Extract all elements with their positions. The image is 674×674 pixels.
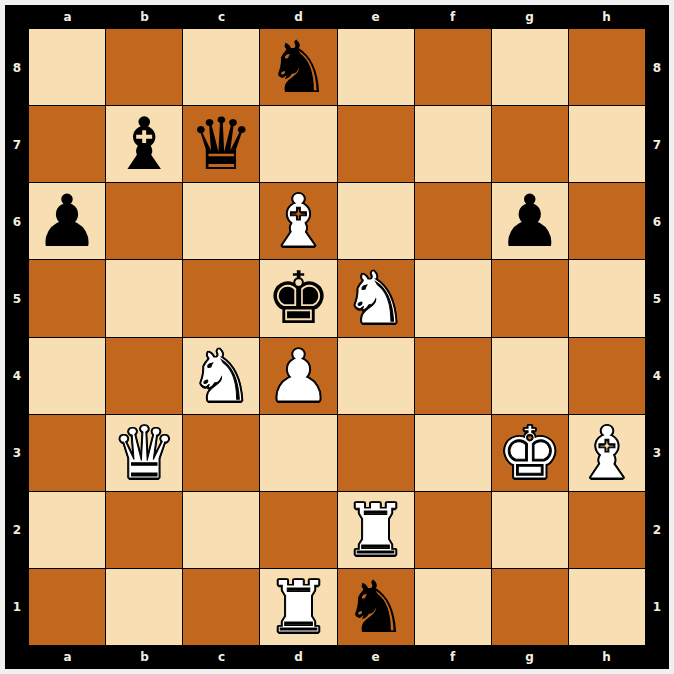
rank-label-6: 6: [5, 183, 29, 260]
file-label-c: c: [183, 5, 260, 29]
square-e7[interactable]: [338, 106, 414, 182]
piece-white-knight: ♞: [189, 340, 254, 412]
rank-label-5: 5: [5, 260, 29, 337]
square-g7[interactable]: [492, 106, 568, 182]
square-e6[interactable]: [338, 183, 414, 259]
square-c4[interactable]: ♞: [183, 338, 259, 414]
file-label-a: a: [29, 645, 106, 669]
rank-label-1: 1: [645, 568, 669, 645]
file-labels-top: abcdefgh: [29, 5, 645, 29]
file-label-b: b: [106, 645, 183, 669]
square-g4[interactable]: [492, 338, 568, 414]
square-g1[interactable]: [492, 569, 568, 645]
piece-white-king: ♚: [498, 417, 563, 489]
square-d5[interactable]: ♚: [260, 260, 336, 336]
piece-black-pawn: ♟: [498, 185, 563, 257]
file-label-a: a: [29, 5, 106, 29]
rank-label-7: 7: [5, 106, 29, 183]
square-h4[interactable]: [569, 338, 645, 414]
square-e3[interactable]: [338, 415, 414, 491]
square-g3[interactable]: ♚: [492, 415, 568, 491]
square-f3[interactable]: [415, 415, 491, 491]
piece-white-bishop: ♝: [266, 185, 331, 257]
square-b5[interactable]: [106, 260, 182, 336]
square-d8[interactable]: ♞: [260, 29, 336, 105]
piece-black-pawn: ♟: [35, 185, 100, 257]
square-c7[interactable]: ♛: [183, 106, 259, 182]
square-a7[interactable]: [29, 106, 105, 182]
square-f2[interactable]: [415, 492, 491, 568]
square-c2[interactable]: [183, 492, 259, 568]
square-c6[interactable]: [183, 183, 259, 259]
file-label-g: g: [491, 5, 568, 29]
square-e4[interactable]: [338, 338, 414, 414]
rank-label-4: 4: [5, 337, 29, 414]
piece-white-rook: ♜: [266, 571, 331, 643]
piece-black-bishop: ♝: [112, 108, 177, 180]
file-label-c: c: [183, 645, 260, 669]
file-label-h: h: [568, 645, 645, 669]
square-b7[interactable]: ♝: [106, 106, 182, 182]
rank-label-6: 6: [645, 183, 669, 260]
square-a5[interactable]: [29, 260, 105, 336]
piece-white-pawn: ♟: [266, 340, 331, 412]
rank-label-5: 5: [645, 260, 669, 337]
rank-label-2: 2: [645, 491, 669, 568]
piece-white-queen: ♛: [112, 417, 177, 489]
rank-label-3: 3: [5, 414, 29, 491]
square-d4[interactable]: ♟: [260, 338, 336, 414]
file-label-f: f: [414, 645, 491, 669]
square-h6[interactable]: [569, 183, 645, 259]
file-label-d: d: [260, 645, 337, 669]
square-g8[interactable]: [492, 29, 568, 105]
square-f1[interactable]: [415, 569, 491, 645]
file-label-e: e: [337, 5, 414, 29]
square-f4[interactable]: [415, 338, 491, 414]
square-a2[interactable]: [29, 492, 105, 568]
piece-white-bishop: ♝: [575, 417, 640, 489]
piece-black-knight: ♞: [343, 571, 408, 643]
square-c3[interactable]: [183, 415, 259, 491]
square-e2[interactable]: ♜: [338, 492, 414, 568]
square-a3[interactable]: [29, 415, 105, 491]
square-d6[interactable]: ♝: [260, 183, 336, 259]
board-wrap: ♞♝♛♟♝♟♚♞♞♟♛♚♝♜♜♞: [29, 29, 645, 645]
square-e5[interactable]: ♞: [338, 260, 414, 336]
square-e8[interactable]: [338, 29, 414, 105]
square-h2[interactable]: [569, 492, 645, 568]
piece-black-knight: ♞: [266, 31, 331, 103]
file-label-e: e: [337, 645, 414, 669]
square-h7[interactable]: [569, 106, 645, 182]
square-b3[interactable]: ♛: [106, 415, 182, 491]
square-b1[interactable]: [106, 569, 182, 645]
square-a4[interactable]: [29, 338, 105, 414]
rank-label-7: 7: [645, 106, 669, 183]
chess-diagram: abcdefgh 87654321 ♞♝♛♟♝♟♚♞♞♟♛♚♝♜♜♞ 87654…: [0, 0, 674, 674]
square-g6[interactable]: ♟: [492, 183, 568, 259]
square-b8[interactable]: [106, 29, 182, 105]
file-label-g: g: [491, 645, 568, 669]
square-d1[interactable]: ♜: [260, 569, 336, 645]
board-frame: abcdefgh 87654321 ♞♝♛♟♝♟♚♞♞♟♛♚♝♜♜♞ 87654…: [5, 5, 669, 669]
chess-board: ♞♝♛♟♝♟♚♞♞♟♛♚♝♜♜♞: [29, 29, 645, 645]
square-h3[interactable]: ♝: [569, 415, 645, 491]
square-d7[interactable]: [260, 106, 336, 182]
rank-labels-right: 87654321: [645, 29, 669, 645]
piece-black-king: ♚: [266, 262, 331, 334]
square-e1[interactable]: ♞: [338, 569, 414, 645]
rank-label-1: 1: [5, 568, 29, 645]
square-f6[interactable]: [415, 183, 491, 259]
file-labels-bottom: abcdefgh: [29, 645, 645, 669]
square-b2[interactable]: [106, 492, 182, 568]
rank-label-4: 4: [645, 337, 669, 414]
square-b6[interactable]: [106, 183, 182, 259]
file-label-f: f: [414, 5, 491, 29]
square-a8[interactable]: [29, 29, 105, 105]
square-c1[interactable]: [183, 569, 259, 645]
square-f8[interactable]: [415, 29, 491, 105]
square-h1[interactable]: [569, 569, 645, 645]
file-label-b: b: [106, 5, 183, 29]
square-d2[interactable]: [260, 492, 336, 568]
piece-white-rook: ♜: [343, 494, 408, 566]
square-h8[interactable]: [569, 29, 645, 105]
square-d3[interactable]: [260, 415, 336, 491]
rank-labels-left: 87654321: [5, 29, 29, 645]
piece-black-queen: ♛: [189, 108, 254, 180]
square-g2[interactable]: [492, 492, 568, 568]
file-label-h: h: [568, 5, 645, 29]
rank-label-3: 3: [645, 414, 669, 491]
piece-white-knight: ♞: [343, 262, 408, 334]
square-h5[interactable]: [569, 260, 645, 336]
square-f5[interactable]: [415, 260, 491, 336]
square-a6[interactable]: ♟: [29, 183, 105, 259]
rank-label-8: 8: [5, 29, 29, 106]
rank-label-2: 2: [5, 491, 29, 568]
square-f7[interactable]: [415, 106, 491, 182]
square-a1[interactable]: [29, 569, 105, 645]
rank-label-8: 8: [645, 29, 669, 106]
square-b4[interactable]: [106, 338, 182, 414]
square-c5[interactable]: [183, 260, 259, 336]
square-g5[interactable]: [492, 260, 568, 336]
square-c8[interactable]: [183, 29, 259, 105]
